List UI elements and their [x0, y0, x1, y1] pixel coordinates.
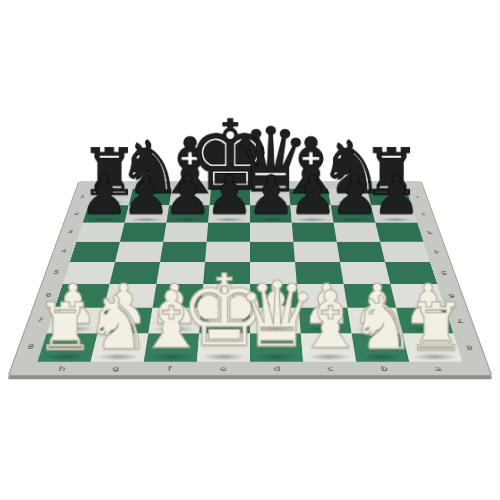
square-a4	[380, 242, 430, 262]
square-e3	[207, 223, 250, 242]
black-pawn-a2: ♟	[372, 168, 420, 222]
square-c3	[292, 223, 337, 242]
black-pawn-d2: ♟	[247, 168, 295, 222]
black-pawn-e2: ♟	[205, 168, 253, 222]
square-f2: ♟	[166, 205, 209, 223]
square-b4	[337, 242, 385, 262]
square-c4	[293, 242, 340, 262]
board-grid: ♜♞♝♚♛♝♞♜♟♟♟♟♟♟♟♟♟♟♟♟♟♟♟♟♜♞♝♚♛♝♞♜	[38, 189, 463, 362]
square-d3	[250, 223, 293, 242]
square-a3	[375, 223, 423, 242]
square-b8: ♞	[352, 334, 410, 362]
file-label-bottom-d: d	[250, 365, 304, 372]
square-h4	[70, 242, 120, 262]
chess-board: ♜♞♝♚♛♝♞♜♟♟♟♟♟♟♟♟♟♟♟♟♟♟♟♟♜♞♝♚♛♝♞♜ hhggffe…	[9, 182, 491, 375]
square-g4	[115, 242, 163, 262]
file-label-bottom-a: a	[410, 365, 466, 372]
file-label-bottom-e: e	[196, 365, 250, 372]
white-rook-a8: ♜	[406, 294, 465, 360]
file-label-bottom-c: c	[303, 365, 358, 372]
file-label-bottom-b: b	[357, 365, 412, 372]
black-pawn-h2: ♟	[80, 168, 128, 222]
file-label-bottom-h: h	[34, 365, 90, 372]
square-g3	[120, 223, 166, 242]
square-e2: ♟	[208, 205, 250, 223]
square-b2: ♟	[331, 205, 376, 223]
square-c8: ♝	[301, 334, 356, 362]
square-a8: ♜	[402, 334, 462, 362]
file-label-bottom-f: f	[142, 365, 197, 372]
square-g2: ♟	[125, 205, 170, 223]
black-pawn-c2: ♟	[288, 168, 336, 222]
square-h3	[77, 223, 125, 242]
product-photo-scene: ♜♞♝♚♛♝♞♜♟♟♟♟♟♟♟♟♟♟♟♟♟♟♟♟♜♞♝♚♛♝♞♜ hhggffe…	[0, 0, 500, 500]
square-f3	[163, 223, 208, 242]
square-a2: ♟	[371, 205, 417, 223]
black-pawn-f2: ♟	[163, 168, 211, 222]
square-d2: ♟	[250, 205, 292, 223]
square-c2: ♟	[290, 205, 333, 223]
square-b3	[334, 223, 380, 242]
file-label-bottom-g: g	[88, 365, 143, 372]
black-pawn-b2: ♟	[330, 168, 378, 222]
black-pawn-g2: ♟	[122, 168, 170, 222]
